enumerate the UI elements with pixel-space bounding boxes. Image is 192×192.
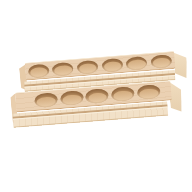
pit-hollow bbox=[126, 56, 148, 71]
pit-hollow bbox=[111, 86, 135, 102]
pit-hollow bbox=[85, 88, 109, 104]
pit-back-4[interactable] bbox=[100, 58, 126, 73]
pit-back-5[interactable] bbox=[124, 56, 150, 71]
pit-front-5[interactable] bbox=[135, 84, 162, 100]
pit-front-1[interactable] bbox=[33, 92, 60, 108]
pit-back-1[interactable] bbox=[26, 64, 52, 79]
pit-hollow bbox=[28, 64, 50, 79]
pit-hollow bbox=[136, 84, 160, 100]
pit-hollow bbox=[34, 92, 58, 108]
photo-background bbox=[0, 0, 192, 192]
pit-back-2[interactable] bbox=[50, 62, 76, 77]
pit-back-3[interactable] bbox=[75, 60, 101, 75]
mancala-board bbox=[7, 45, 189, 137]
pit-hollow bbox=[151, 54, 173, 69]
pit-front-2[interactable] bbox=[59, 90, 86, 106]
pit-back-6[interactable] bbox=[149, 54, 175, 69]
pit-front-4[interactable] bbox=[110, 86, 137, 102]
pit-hollow bbox=[101, 58, 123, 73]
pit-hollow bbox=[52, 62, 74, 77]
back-tier-right-end-face bbox=[173, 51, 188, 80]
pit-hollow bbox=[60, 90, 84, 106]
pit-front-3[interactable] bbox=[84, 88, 111, 104]
pit-hollow bbox=[77, 60, 99, 75]
